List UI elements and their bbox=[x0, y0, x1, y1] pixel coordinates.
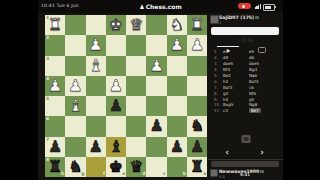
white-move[interactable]: dxe5 bbox=[223, 61, 249, 66]
square-g7[interactable] bbox=[65, 137, 85, 157]
top-player-row[interactable]: SajiD07 (175) 1 bbox=[210, 14, 281, 26]
move-number: 8. bbox=[211, 91, 223, 96]
white-bishop: ♝ bbox=[86, 56, 106, 76]
square-a8[interactable]: ♜a bbox=[187, 157, 207, 177]
analysis-board-button[interactable] bbox=[241, 135, 250, 143]
black-move[interactable]: Be7 bbox=[249, 108, 275, 113]
video-frame: 10:41 Tue 6 Jun ♟Chess.com ♜1♚♛♞♜2♟♟♟3♝♟… bbox=[0, 0, 320, 180]
square-b5[interactable] bbox=[167, 96, 187, 116]
square-a2[interactable]: ♟ bbox=[187, 35, 207, 55]
tab-moves[interactable]: ⚑ bbox=[211, 38, 245, 47]
move-row-1: 1.e4e5 bbox=[211, 49, 280, 55]
file-label-g: g bbox=[81, 172, 84, 177]
white-move[interactable]: Be2 bbox=[223, 73, 249, 78]
top-player-clock: ◷8:06 bbox=[211, 27, 279, 35]
rank-label-5: 5 bbox=[46, 97, 49, 102]
status-time: 10:41 Tue 6 Jun bbox=[41, 3, 79, 8]
white-move[interactable]: d4 bbox=[223, 55, 249, 60]
panel-divider bbox=[208, 159, 283, 160]
square-c3[interactable]: ♟ bbox=[146, 56, 166, 76]
white-move[interactable]: Bxf3 bbox=[223, 85, 249, 90]
square-d5[interactable] bbox=[126, 96, 146, 116]
top-player-avatar[interactable] bbox=[210, 15, 219, 24]
white-knight: ♞ bbox=[167, 15, 187, 35]
rank-label-6: 6 bbox=[46, 117, 49, 122]
square-g5[interactable]: ♝ bbox=[65, 96, 85, 116]
black-move[interactable]: Bxf3 bbox=[249, 79, 275, 84]
square-g2[interactable] bbox=[65, 35, 85, 55]
square-d4[interactable] bbox=[126, 76, 146, 96]
black-pawn: ♟ bbox=[106, 96, 126, 116]
bottom-player-flag-icon bbox=[260, 170, 264, 173]
square-f6[interactable] bbox=[86, 116, 106, 136]
file-label-d: d bbox=[142, 172, 145, 177]
move-number: 4. bbox=[211, 67, 223, 72]
black-move[interactable]: Ng8 bbox=[249, 102, 275, 107]
square-h3[interactable]: 3 bbox=[45, 56, 65, 76]
pawn-logo-icon: ♟ bbox=[139, 3, 144, 10]
black-move[interactable]: dxe5 bbox=[249, 61, 275, 66]
panel-tabs: ⚑ bbox=[211, 38, 279, 47]
square-d2[interactable] bbox=[126, 35, 146, 55]
square-e5[interactable]: ♟ bbox=[106, 96, 126, 116]
black-knight: ♞ bbox=[187, 116, 207, 136]
white-pawn: ♟ bbox=[106, 76, 126, 96]
square-h7[interactable]: ♟7 bbox=[45, 137, 65, 157]
square-h1[interactable]: ♜1 bbox=[45, 15, 65, 35]
move-number: 2. bbox=[211, 55, 223, 60]
black-move[interactable]: e5 bbox=[249, 49, 275, 54]
square-e2[interactable] bbox=[106, 35, 126, 55]
black-pawn: ♟ bbox=[146, 116, 166, 136]
move-number: 1. bbox=[211, 49, 223, 54]
chesscom-logo: ♟Chess.com bbox=[139, 3, 182, 10]
white-queen: ♛ bbox=[126, 15, 146, 35]
board[interactable]: ♜1♚♛♞♜2♟♟♟3♝♟♟4♟♟5♝♟6♟♞♟7♟♝♟♟♜8h♞gf♚e♛dc… bbox=[45, 15, 207, 177]
square-a7[interactable]: ♟ bbox=[187, 137, 207, 157]
square-h2[interactable]: 2 bbox=[45, 35, 65, 55]
white-move[interactable]: e4 bbox=[223, 49, 249, 54]
move-row-2: 2.d4d6 bbox=[211, 55, 280, 61]
black-bishop: ♝ bbox=[106, 137, 126, 157]
move-row-5: 5.Be2Na6 bbox=[211, 73, 280, 79]
square-b7[interactable]: ♟ bbox=[167, 137, 187, 157]
square-f1[interactable] bbox=[86, 15, 106, 35]
square-a4[interactable] bbox=[187, 76, 207, 96]
square-e1[interactable]: ♚ bbox=[106, 15, 126, 35]
square-h6[interactable]: 6 bbox=[45, 116, 65, 136]
square-d3[interactable] bbox=[126, 56, 146, 76]
square-b2[interactable]: ♟ bbox=[167, 35, 187, 55]
move-number: 3. bbox=[211, 61, 223, 66]
move-row-6: 6.h3Bxf3 bbox=[211, 78, 280, 84]
rank-label-3: 3 bbox=[46, 57, 49, 62]
square-g8[interactable]: ♞g bbox=[65, 157, 85, 177]
top-player-subtext: 1 bbox=[219, 21, 221, 25]
white-bishop: ♝ bbox=[65, 96, 85, 116]
square-b3[interactable] bbox=[167, 56, 187, 76]
square-f4[interactable] bbox=[86, 76, 106, 96]
file-label-f: f bbox=[103, 172, 105, 177]
white-move[interactable]: Bxg5 bbox=[223, 102, 249, 107]
white-move[interactable]: c3 bbox=[223, 108, 249, 113]
black-pawn: ♟ bbox=[167, 137, 187, 157]
cellular-icon bbox=[255, 4, 261, 9]
square-c1[interactable] bbox=[146, 15, 166, 35]
white-move[interactable]: Nf3 bbox=[223, 67, 249, 72]
status-bar: 10:41 Tue 6 Jun ♟Chess.com bbox=[38, 0, 283, 13]
white-pawn: ♟ bbox=[167, 35, 187, 55]
black-pawn: ♟ bbox=[86, 137, 106, 157]
square-c6[interactable]: ♟ bbox=[146, 116, 166, 136]
square-g6[interactable] bbox=[65, 116, 85, 136]
move-row-11: 11.c3Be7 bbox=[211, 108, 280, 114]
move-number: 7. bbox=[211, 85, 223, 90]
rank-label-1: 1 bbox=[46, 16, 49, 21]
move-number: 5. bbox=[211, 73, 223, 78]
bottom-player-subtext: 1.5 bbox=[219, 175, 225, 179]
square-h4[interactable]: ♟4 bbox=[45, 76, 65, 96]
move-row-3: 3.dxe5dxe5 bbox=[211, 61, 280, 67]
square-b4[interactable] bbox=[167, 76, 187, 96]
square-c7[interactable] bbox=[146, 137, 166, 157]
square-d8[interactable]: ♛d bbox=[126, 157, 146, 177]
bottom-player-row[interactable]: Newwaves1900 1.5 bbox=[210, 168, 281, 180]
square-g3[interactable] bbox=[65, 56, 85, 76]
file-label-a: a bbox=[203, 172, 206, 177]
top-player-name[interactable]: SajiD07 (175) bbox=[219, 15, 259, 20]
square-e3[interactable] bbox=[106, 56, 126, 76]
white-king: ♚ bbox=[106, 15, 126, 35]
white-pawn: ♟ bbox=[187, 35, 207, 55]
square-e7[interactable]: ♝ bbox=[106, 137, 126, 157]
rank-label-8: 8 bbox=[46, 158, 49, 163]
move-list: 1.e4e52.d4d63.dxe5dxe54.Nf3Bg45.Be2Na66.… bbox=[211, 49, 280, 114]
move-row-8: 8.g4Nf6 bbox=[211, 90, 280, 96]
next-move-button[interactable]: › bbox=[255, 146, 269, 158]
white-move[interactable]: g4 bbox=[223, 91, 249, 96]
square-a3[interactable] bbox=[187, 56, 207, 76]
square-e4[interactable]: ♟ bbox=[106, 76, 126, 96]
move-number: 10. bbox=[211, 102, 223, 107]
white-pawn: ♟ bbox=[146, 56, 166, 76]
move-number: 6. bbox=[211, 79, 223, 84]
square-c2[interactable] bbox=[146, 35, 166, 55]
square-g1[interactable] bbox=[65, 15, 85, 35]
square-a6[interactable]: ♞ bbox=[187, 116, 207, 136]
square-c4[interactable] bbox=[146, 76, 166, 96]
bottom-player-clock: 9:41 bbox=[211, 161, 279, 167]
move-row-10: 10.Bxg5Ng8 bbox=[211, 102, 280, 108]
black-move[interactable]: Na6 bbox=[249, 73, 275, 78]
square-f7[interactable]: ♟ bbox=[86, 137, 106, 157]
top-player-flag-icon bbox=[255, 16, 259, 19]
black-move[interactable]: Nf6 bbox=[249, 91, 275, 96]
square-a5[interactable] bbox=[187, 96, 207, 116]
black-move[interactable]: d6 bbox=[249, 55, 275, 60]
white-pawn: ♟ bbox=[65, 76, 85, 96]
square-b8[interactable]: b bbox=[167, 157, 187, 177]
square-d6[interactable] bbox=[126, 116, 146, 136]
square-f3[interactable]: ♝ bbox=[86, 56, 106, 76]
square-e8[interactable]: ♚e bbox=[106, 157, 126, 177]
battery-icon bbox=[263, 4, 275, 11]
black-move[interactable]: g5 bbox=[249, 97, 275, 102]
white-pawn: ♟ bbox=[86, 35, 106, 55]
file-label-e: e bbox=[122, 172, 125, 177]
square-c8[interactable]: c bbox=[146, 157, 166, 177]
file-label-b: b bbox=[183, 172, 186, 177]
move-number: 11. bbox=[211, 108, 223, 113]
rank-label-2: 2 bbox=[46, 36, 49, 41]
square-b6[interactable] bbox=[167, 116, 187, 136]
file-label-h: h bbox=[61, 172, 64, 177]
move-number: 9. bbox=[211, 97, 223, 102]
white-move[interactable]: h3 bbox=[223, 79, 249, 84]
square-h8[interactable]: ♜8h bbox=[45, 157, 65, 177]
tab-chat[interactable] bbox=[245, 38, 279, 47]
square-d7[interactable] bbox=[126, 137, 146, 157]
rank-label-7: 7 bbox=[46, 138, 49, 143]
side-panel: SajiD07 (175) 1 ◷8:06 ⚑ 1.e4e52.d4d63.dx… bbox=[208, 13, 283, 180]
square-h5[interactable]: 5 bbox=[45, 96, 65, 116]
square-a1[interactable]: ♜ bbox=[187, 15, 207, 35]
square-g4[interactable]: ♟ bbox=[65, 76, 85, 96]
square-c5[interactable] bbox=[146, 96, 166, 116]
black-pawn: ♟ bbox=[187, 137, 207, 157]
white-move[interactable]: h4 bbox=[223, 97, 249, 102]
move-row-9: 9.h4g5 bbox=[211, 96, 280, 102]
black-move[interactable]: Bg4 bbox=[249, 67, 275, 72]
square-f2[interactable]: ♟ bbox=[86, 35, 106, 55]
prev-move-button[interactable]: ‹ bbox=[220, 146, 234, 158]
move-row-7: 7.Bxf3c6 bbox=[211, 84, 280, 90]
bottom-player-avatar[interactable] bbox=[210, 169, 218, 177]
square-b1[interactable]: ♞ bbox=[167, 15, 187, 35]
move-row-4: 4.Nf3Bg4 bbox=[211, 67, 280, 73]
square-f8[interactable]: f bbox=[86, 157, 106, 177]
square-d1[interactable]: ♛ bbox=[126, 15, 146, 35]
bottom-player-name[interactable]: Newwaves1900 bbox=[219, 169, 264, 174]
rank-label-4: 4 bbox=[46, 77, 49, 82]
screen-record-icon[interactable] bbox=[238, 3, 251, 9]
white-rook: ♜ bbox=[187, 15, 207, 35]
square-f5[interactable] bbox=[86, 96, 106, 116]
square-e6[interactable] bbox=[106, 116, 126, 136]
file-label-c: c bbox=[163, 172, 166, 177]
black-move[interactable]: c6 bbox=[249, 85, 275, 90]
